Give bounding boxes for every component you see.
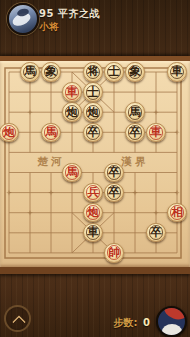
piece-black-cannon[interactable]: 炮 (62, 102, 82, 122)
black-horse-glyph: 馬 (24, 66, 36, 78)
black-chariot-glyph: 車 (171, 66, 183, 78)
piece-black-soldier[interactable]: 卒 (125, 123, 145, 143)
red-horse-glyph: 馬 (45, 127, 57, 139)
red-chariot-glyph: 車 (66, 87, 78, 99)
piece-red-horse[interactable]: 馬 (62, 163, 82, 183)
step-counter: 步数: 0 (114, 316, 150, 330)
piece-black-chariot[interactable]: 車 (167, 62, 187, 82)
black-soldier-glyph: 卒 (150, 227, 162, 239)
piece-black-advisor[interactable]: 士 (83, 82, 103, 102)
piece-black-soldier[interactable]: 卒 (104, 183, 124, 203)
opponent-avatar[interactable] (156, 306, 187, 337)
black-cannon-glyph: 炮 (87, 107, 99, 119)
avatar-red-hat-icon (162, 306, 187, 322)
black-advisor-glyph: 士 (108, 66, 120, 78)
black-soldier-glyph: 卒 (87, 127, 99, 139)
piece-red-chariot[interactable]: 車 (146, 123, 166, 143)
steps-label: 步数: (114, 317, 138, 328)
red-cannon-glyph: 炮 (87, 207, 99, 219)
black-general-glyph: 将 (87, 66, 99, 78)
red-elephant-glyph: 相 (171, 207, 183, 219)
piece-red-cannon[interactable]: 炮 (0, 123, 19, 143)
black-chariot-glyph: 車 (87, 227, 99, 239)
red-soldier-glyph: 兵 (87, 187, 99, 199)
piece-red-horse[interactable]: 馬 (41, 123, 61, 143)
board-grid[interactable]: 馬象将士象車車士炮炮馬炮馬卒卒車馬卒兵卒炮相車卒帥 (0, 62, 188, 263)
piece-black-chariot[interactable]: 車 (83, 223, 103, 243)
black-soldier-glyph: 卒 (108, 187, 120, 199)
piece-black-advisor[interactable]: 士 (104, 62, 124, 82)
piece-red-general[interactable]: 帥 (104, 243, 124, 263)
piece-black-elephant[interactable]: 象 (41, 62, 61, 82)
expand-menu-button[interactable] (4, 305, 31, 332)
black-horse-glyph: 馬 (129, 107, 141, 119)
red-horse-glyph: 馬 (66, 167, 78, 179)
piece-black-elephant[interactable]: 象 (125, 62, 145, 82)
app-screen: 95 平齐之战 小将 (0, 0, 190, 337)
black-advisor-glyph: 士 (87, 87, 99, 99)
black-cannon-glyph: 炮 (66, 107, 78, 119)
level-title: 95 平齐之战 (39, 7, 100, 21)
red-general-glyph: 帥 (108, 247, 120, 259)
piece-red-soldier[interactable]: 兵 (83, 183, 103, 203)
rank-subtitle: 小将 (39, 21, 59, 34)
piece-red-elephant[interactable]: 相 (167, 203, 187, 223)
piece-red-chariot[interactable]: 車 (62, 82, 82, 102)
player-avatar[interactable] (7, 3, 39, 35)
piece-black-soldier[interactable]: 卒 (83, 123, 103, 143)
black-soldier-glyph: 卒 (129, 127, 141, 139)
piece-black-soldier[interactable]: 卒 (104, 163, 124, 183)
chevron-up-icon (12, 315, 26, 329)
piece-black-cannon[interactable]: 炮 (83, 102, 103, 122)
piece-black-soldier[interactable]: 卒 (146, 223, 166, 243)
steps-value: 0 (143, 317, 150, 328)
piece-black-horse[interactable]: 馬 (125, 102, 145, 122)
red-cannon-glyph: 炮 (3, 127, 15, 139)
red-chariot-glyph: 車 (150, 127, 162, 139)
black-soldier-glyph: 卒 (108, 167, 120, 179)
piece-black-horse[interactable]: 馬 (20, 62, 40, 82)
piece-black-general[interactable]: 将 (83, 62, 103, 82)
black-elephant-glyph: 象 (129, 66, 141, 78)
avatar-panda-icon (162, 324, 182, 337)
black-elephant-glyph: 象 (45, 66, 57, 78)
piece-red-cannon[interactable]: 炮 (83, 203, 103, 223)
